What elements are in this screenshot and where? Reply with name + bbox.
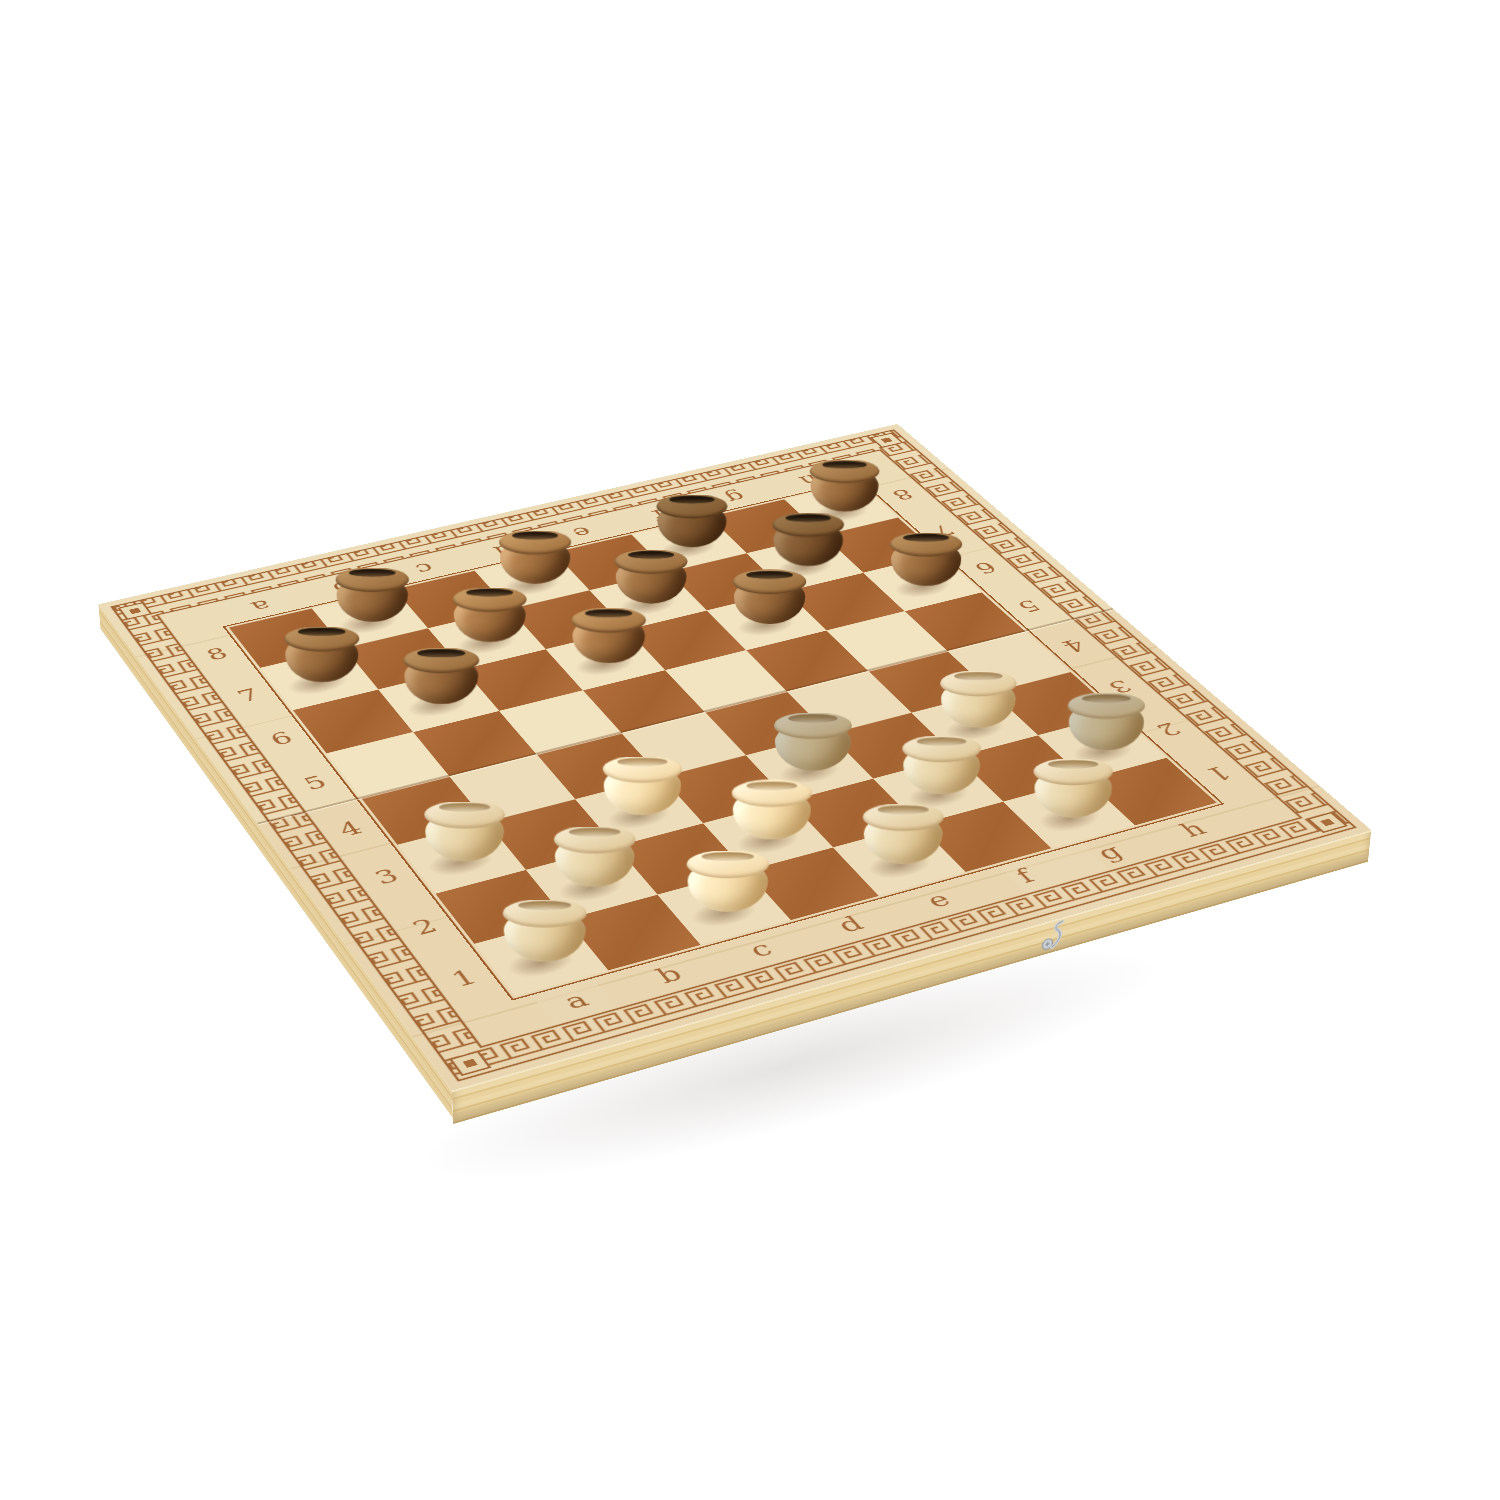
piece-sprite	[1066, 693, 1145, 750]
piece-sprite	[403, 648, 481, 704]
piece-recess	[823, 461, 866, 468]
piece-top	[403, 647, 479, 673]
piece-top	[424, 801, 505, 828]
piece-top	[657, 494, 728, 518]
piece-top	[452, 587, 526, 612]
piece-sprite	[423, 802, 506, 861]
piece-top	[554, 825, 636, 853]
piece-recess	[1048, 760, 1097, 768]
piece-recess	[786, 515, 831, 522]
piece-top	[1033, 758, 1113, 785]
piece-top	[686, 850, 769, 878]
piece-sprite	[773, 713, 853, 770]
piece-top	[902, 735, 981, 762]
piece-recess	[585, 609, 631, 616]
piece-recess	[747, 571, 793, 578]
piece-sprite	[732, 570, 807, 624]
piece-recess	[747, 782, 797, 790]
piece-sprite	[1032, 759, 1113, 817]
piece-recess	[1082, 694, 1130, 702]
piece-recess	[954, 673, 1002, 681]
piece-sprite	[771, 514, 844, 567]
piece-sprite	[570, 608, 646, 663]
piece-sprite	[889, 533, 963, 586]
piece-sprite	[862, 804, 945, 864]
piece-top	[731, 779, 811, 806]
piece-recess	[519, 901, 571, 909]
piece-recess	[513, 532, 558, 539]
piece-recess	[299, 628, 346, 635]
piece-sprite	[614, 550, 688, 603]
piece-recess	[617, 758, 666, 766]
piece-recess	[629, 551, 674, 558]
piece-top	[940, 670, 1017, 696]
piece-sprite	[939, 671, 1018, 727]
piece-recess	[350, 569, 396, 576]
piece-top	[615, 549, 688, 574]
piece-recess	[670, 496, 714, 503]
piece-top	[284, 626, 359, 651]
piece-sprite	[502, 900, 588, 962]
piece-sprite	[452, 588, 528, 642]
piece-sprite	[283, 627, 360, 682]
photo-background: aabbccddeeffgghh1122334455667788	[0, 0, 1500, 1500]
piece-top	[602, 756, 682, 783]
piece-sprite	[553, 826, 637, 886]
piece-recess	[466, 589, 512, 596]
piece-top	[774, 712, 852, 738]
piece-top	[733, 569, 807, 594]
piece-top	[1067, 692, 1145, 718]
piece-sprite	[685, 851, 769, 912]
piece-recess	[789, 715, 838, 723]
piece-top	[571, 607, 646, 632]
piece-sprite	[901, 736, 982, 794]
piece-recess	[569, 828, 620, 836]
piece-recess	[440, 803, 490, 811]
piece-sprite	[730, 780, 812, 839]
piece-top	[503, 898, 587, 926]
piece-recess	[878, 806, 928, 814]
piece-recess	[702, 852, 753, 860]
piece-top	[772, 513, 844, 537]
piece-recess	[418, 649, 465, 656]
piece-top	[863, 803, 944, 830]
piece-sprite	[602, 757, 683, 815]
piece-recess	[917, 737, 966, 745]
